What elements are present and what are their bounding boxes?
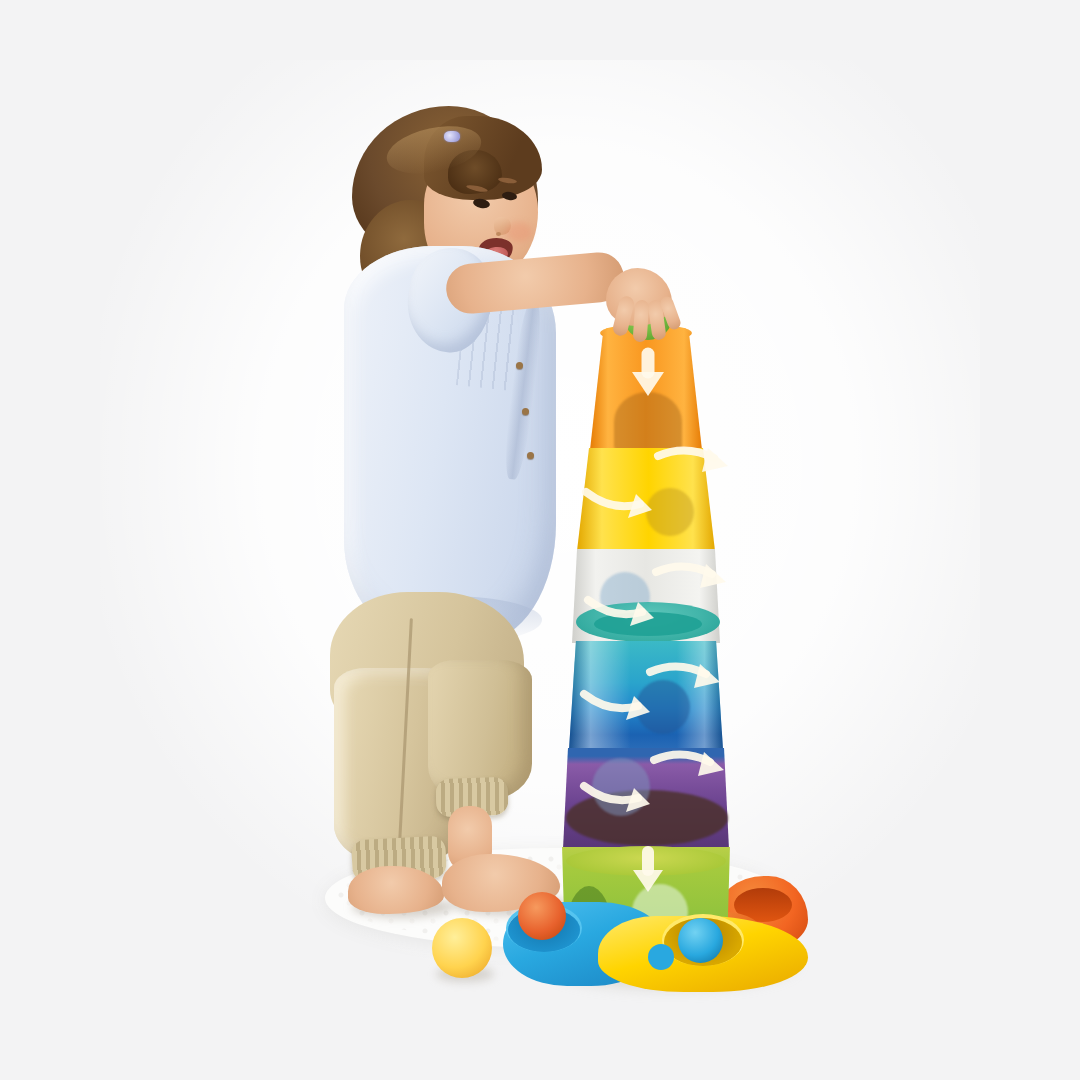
cup-arrow-markings: [500, 320, 800, 960]
child-cheek-blush: [506, 222, 532, 242]
hair-clip: [444, 131, 460, 142]
scene: [0, 0, 1080, 1080]
yellow-ball: [432, 918, 492, 978]
orange-ball: [518, 892, 566, 940]
child-finger: [633, 300, 650, 343]
child-nostril: [496, 232, 501, 236]
blue-ball: [678, 918, 723, 963]
